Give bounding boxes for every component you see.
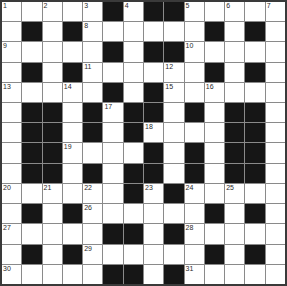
white-cell[interactable]: 4 <box>124 2 143 21</box>
white-cell[interactable]: 26 <box>83 204 102 223</box>
white-cell[interactable] <box>225 204 244 223</box>
white-cell[interactable] <box>164 204 183 223</box>
white-cell[interactable] <box>103 204 122 223</box>
clue-number: 18 <box>145 123 153 131</box>
clue-number: 13 <box>3 83 11 91</box>
clue-number: 27 <box>3 224 11 232</box>
black-cell <box>245 245 264 264</box>
white-cell[interactable] <box>205 143 224 162</box>
clue-number: 5 <box>186 2 190 10</box>
white-cell[interactable] <box>266 123 285 142</box>
white-cell[interactable] <box>266 224 285 243</box>
white-cell[interactable]: 30 <box>2 265 21 284</box>
black-cell <box>245 164 264 183</box>
black-cell <box>103 83 122 102</box>
clue-number: 19 <box>64 143 72 151</box>
white-cell[interactable] <box>225 22 244 41</box>
white-cell[interactable] <box>103 143 122 162</box>
black-cell <box>245 22 264 41</box>
white-cell[interactable] <box>43 265 62 284</box>
white-cell[interactable] <box>164 103 183 122</box>
white-cell[interactable] <box>2 123 21 142</box>
white-cell[interactable] <box>43 42 62 61</box>
white-cell[interactable] <box>245 265 264 284</box>
clue-number: 21 <box>44 184 52 192</box>
white-cell[interactable] <box>144 63 163 82</box>
white-cell[interactable] <box>124 245 143 264</box>
white-cell[interactable] <box>124 63 143 82</box>
white-cell[interactable] <box>2 245 21 264</box>
white-cell[interactable] <box>83 42 102 61</box>
white-cell[interactable] <box>144 265 163 284</box>
white-cell[interactable] <box>266 245 285 264</box>
white-cell[interactable] <box>63 265 82 284</box>
white-cell[interactable] <box>124 83 143 102</box>
black-cell <box>164 2 183 21</box>
white-cell[interactable] <box>2 22 21 41</box>
white-cell[interactable]: 22 <box>83 184 102 203</box>
clue-number: 10 <box>186 42 194 50</box>
white-cell[interactable] <box>22 265 41 284</box>
white-cell[interactable] <box>266 63 285 82</box>
white-cell[interactable] <box>266 164 285 183</box>
white-cell[interactable] <box>185 83 204 102</box>
white-cell[interactable] <box>205 2 224 21</box>
black-cell <box>83 103 102 122</box>
white-cell[interactable] <box>2 143 21 162</box>
black-cell <box>103 2 122 21</box>
white-cell[interactable] <box>43 204 62 223</box>
white-cell[interactable] <box>22 83 41 102</box>
white-cell[interactable] <box>103 184 122 203</box>
black-cell <box>22 143 41 162</box>
black-cell <box>225 123 244 142</box>
clue-number: 11 <box>84 63 91 71</box>
white-cell[interactable] <box>124 42 143 61</box>
black-cell <box>164 184 183 203</box>
clue-number: 28 <box>186 224 194 232</box>
black-cell <box>205 204 224 223</box>
white-cell[interactable] <box>63 2 82 21</box>
white-cell[interactable]: 7 <box>266 2 285 21</box>
white-cell[interactable] <box>164 22 183 41</box>
white-cell[interactable] <box>245 184 264 203</box>
white-cell[interactable]: 21 <box>43 184 62 203</box>
clue-number: 23 <box>145 184 153 192</box>
black-cell <box>185 103 204 122</box>
black-cell <box>124 164 143 183</box>
clue-number: 30 <box>3 265 11 273</box>
black-cell <box>22 245 41 264</box>
black-cell <box>144 143 163 162</box>
white-cell[interactable] <box>124 143 143 162</box>
white-cell[interactable]: 3 <box>83 2 102 21</box>
clue-number: 24 <box>186 184 194 192</box>
white-cell[interactable] <box>22 224 41 243</box>
white-cell[interactable]: 31 <box>185 265 204 284</box>
white-cell[interactable] <box>164 143 183 162</box>
white-cell[interactable]: 11 <box>83 63 102 82</box>
black-cell <box>245 204 264 223</box>
black-cell <box>43 103 62 122</box>
white-cell[interactable]: 29 <box>83 245 102 264</box>
white-cell[interactable] <box>205 123 224 142</box>
black-cell <box>63 245 82 264</box>
white-cell[interactable] <box>2 103 21 122</box>
clue-number: 17 <box>104 103 112 111</box>
white-cell[interactable] <box>103 22 122 41</box>
white-cell[interactable] <box>22 2 41 21</box>
black-cell <box>124 224 143 243</box>
white-cell[interactable]: 20 <box>2 184 21 203</box>
black-cell <box>63 63 82 82</box>
white-cell[interactable] <box>225 63 244 82</box>
white-cell[interactable] <box>144 245 163 264</box>
white-cell[interactable] <box>2 204 21 223</box>
black-cell <box>144 103 163 122</box>
white-cell[interactable] <box>245 224 264 243</box>
black-cell <box>124 265 143 284</box>
white-cell[interactable] <box>225 224 244 243</box>
black-cell <box>144 2 163 21</box>
white-cell[interactable] <box>185 123 204 142</box>
clue-number: 4 <box>125 2 129 10</box>
clue-number: 15 <box>165 83 173 91</box>
white-cell[interactable]: 12 <box>164 63 183 82</box>
white-cell[interactable] <box>22 184 41 203</box>
white-cell[interactable] <box>225 83 244 102</box>
black-cell <box>205 63 224 82</box>
white-cell[interactable] <box>63 224 82 243</box>
black-cell <box>185 143 204 162</box>
white-cell[interactable]: 19 <box>63 143 82 162</box>
white-cell[interactable] <box>245 83 264 102</box>
black-cell <box>103 224 122 243</box>
black-cell <box>83 123 102 142</box>
clue-number: 25 <box>226 184 234 192</box>
crossword-puzzle: 1234567891011121314151617181920212223242… <box>0 0 287 286</box>
white-cell[interactable] <box>266 103 285 122</box>
white-cell[interactable] <box>103 164 122 183</box>
white-cell[interactable] <box>103 245 122 264</box>
white-cell[interactable] <box>245 2 264 21</box>
black-cell <box>164 265 183 284</box>
black-cell <box>43 123 62 142</box>
white-cell[interactable]: 25 <box>225 184 244 203</box>
black-cell <box>225 164 244 183</box>
black-cell <box>124 123 143 142</box>
white-cell[interactable] <box>266 42 285 61</box>
white-cell[interactable] <box>205 42 224 61</box>
white-cell[interactable] <box>164 123 183 142</box>
black-cell <box>225 103 244 122</box>
white-cell[interactable] <box>63 42 82 61</box>
black-cell <box>83 164 102 183</box>
clue-number: 29 <box>84 245 92 253</box>
white-cell[interactable] <box>43 224 62 243</box>
white-cell[interactable]: 15 <box>164 83 183 102</box>
white-cell[interactable]: 5 <box>185 2 204 21</box>
white-cell[interactable] <box>205 103 224 122</box>
white-cell[interactable] <box>266 204 285 223</box>
white-cell[interactable] <box>124 22 143 41</box>
clue-number: 22 <box>84 184 92 192</box>
white-cell[interactable] <box>2 63 21 82</box>
white-cell[interactable]: 8 <box>83 22 102 41</box>
white-cell[interactable] <box>185 245 204 264</box>
white-cell[interactable] <box>185 22 204 41</box>
white-cell[interactable] <box>43 83 62 102</box>
white-cell[interactable] <box>205 265 224 284</box>
black-cell <box>245 143 264 162</box>
black-cell <box>43 164 62 183</box>
white-cell[interactable] <box>43 63 62 82</box>
white-cell[interactable] <box>63 123 82 142</box>
black-cell <box>22 164 41 183</box>
crossword-grid: 1234567891011121314151617181920212223242… <box>0 0 287 286</box>
black-cell <box>22 63 41 82</box>
clue-number: 31 <box>186 265 194 273</box>
black-cell <box>22 103 41 122</box>
black-cell <box>144 42 163 61</box>
white-cell[interactable]: 10 <box>185 42 204 61</box>
white-cell[interactable] <box>164 164 183 183</box>
white-cell[interactable] <box>266 22 285 41</box>
white-cell[interactable] <box>63 103 82 122</box>
clue-number: 3 <box>84 2 88 10</box>
white-cell[interactable] <box>83 265 102 284</box>
black-cell <box>205 22 224 41</box>
white-cell[interactable]: 14 <box>63 83 82 102</box>
white-cell[interactable] <box>245 42 264 61</box>
white-cell[interactable] <box>43 22 62 41</box>
white-cell[interactable] <box>63 164 82 183</box>
black-cell <box>103 42 122 61</box>
black-cell <box>245 123 264 142</box>
black-cell <box>22 123 41 142</box>
clue-number: 8 <box>84 22 88 30</box>
clue-number: 9 <box>3 42 7 50</box>
white-cell[interactable]: 6 <box>225 2 244 21</box>
white-cell[interactable] <box>144 224 163 243</box>
white-cell[interactable] <box>205 224 224 243</box>
white-cell[interactable] <box>83 83 102 102</box>
black-cell <box>245 63 264 82</box>
clue-number: 26 <box>84 204 92 212</box>
clue-number: 14 <box>64 83 72 91</box>
black-cell <box>164 42 183 61</box>
black-cell <box>225 143 244 162</box>
white-cell[interactable] <box>43 245 62 264</box>
black-cell <box>245 103 264 122</box>
black-cell <box>205 245 224 264</box>
white-cell[interactable] <box>144 22 163 41</box>
white-cell[interactable] <box>266 265 285 284</box>
black-cell <box>144 83 163 102</box>
white-cell[interactable] <box>225 245 244 264</box>
black-cell <box>22 204 41 223</box>
white-cell[interactable] <box>2 164 21 183</box>
white-cell[interactable] <box>22 42 41 61</box>
white-cell[interactable]: 18 <box>144 123 163 142</box>
clue-number: 16 <box>206 83 214 91</box>
white-cell[interactable] <box>83 143 102 162</box>
white-cell[interactable] <box>185 204 204 223</box>
white-cell[interactable]: 17 <box>103 103 122 122</box>
white-cell[interactable]: 13 <box>2 83 21 102</box>
clue-number: 2 <box>44 2 48 10</box>
black-cell <box>124 184 143 203</box>
white-cell[interactable] <box>266 184 285 203</box>
white-cell[interactable] <box>266 83 285 102</box>
white-cell[interactable]: 1 <box>2 2 21 21</box>
black-cell <box>164 224 183 243</box>
black-cell <box>63 22 82 41</box>
white-cell[interactable] <box>164 245 183 264</box>
clue-number: 1 <box>3 2 7 10</box>
white-cell[interactable] <box>103 63 122 82</box>
black-cell <box>22 22 41 41</box>
white-cell[interactable] <box>225 265 244 284</box>
white-cell[interactable] <box>225 42 244 61</box>
white-cell[interactable] <box>144 204 163 223</box>
black-cell <box>144 164 163 183</box>
white-cell[interactable]: 23 <box>144 184 163 203</box>
white-cell[interactable] <box>205 164 224 183</box>
white-cell[interactable] <box>266 143 285 162</box>
clue-number: 7 <box>267 2 271 10</box>
white-cell[interactable] <box>185 63 204 82</box>
clue-number: 6 <box>226 2 230 10</box>
black-cell <box>63 204 82 223</box>
white-cell[interactable] <box>63 184 82 203</box>
white-cell[interactable]: 2 <box>43 2 62 21</box>
white-cell[interactable] <box>103 123 122 142</box>
white-cell[interactable] <box>83 224 102 243</box>
white-cell[interactable]: 28 <box>185 224 204 243</box>
black-cell <box>185 164 204 183</box>
clue-number: 20 <box>3 184 11 192</box>
white-cell[interactable]: 16 <box>205 83 224 102</box>
black-cell <box>43 143 62 162</box>
clue-number: 12 <box>165 63 173 71</box>
white-cell[interactable]: 9 <box>2 42 21 61</box>
black-cell <box>103 265 122 284</box>
white-cell[interactable]: 27 <box>2 224 21 243</box>
black-cell <box>124 103 143 122</box>
white-cell[interactable] <box>124 204 143 223</box>
white-cell[interactable] <box>205 184 224 203</box>
white-cell[interactable]: 24 <box>185 184 204 203</box>
